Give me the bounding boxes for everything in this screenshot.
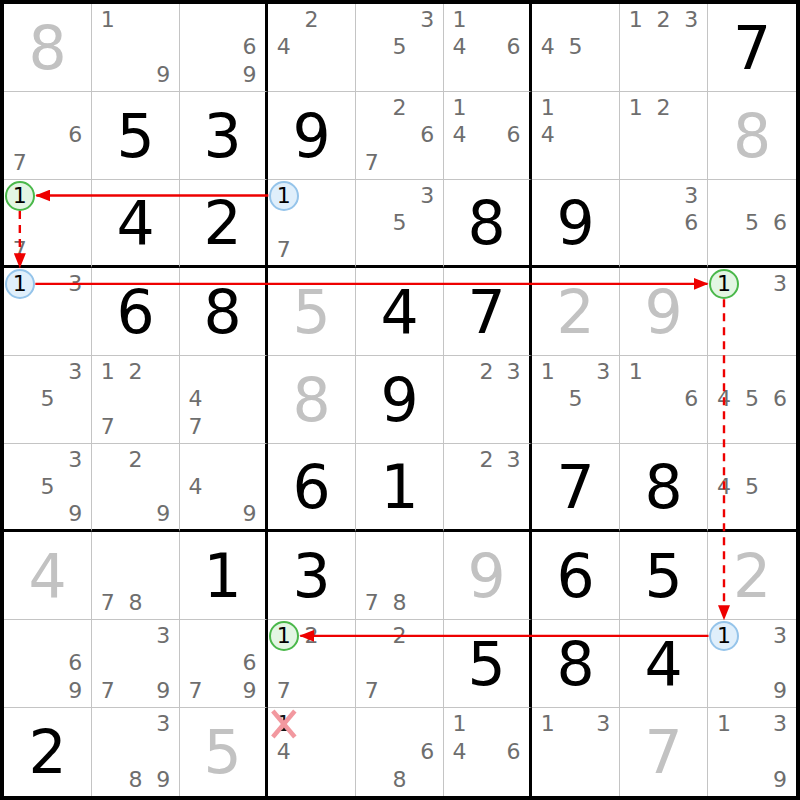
sudoku-cell[interactable]: 3 [268, 532, 356, 620]
empty-candidate-slot [298, 677, 326, 705]
sudoku-cell[interactable]: 127 [92, 356, 180, 444]
empty-candidate-slot [122, 413, 150, 441]
candidate[interactable]: 3 [61, 270, 89, 298]
given-digit: 7 [708, 4, 796, 91]
candidate-grid: 78 [92, 532, 179, 619]
empty-candidate-slot [413, 209, 441, 236]
empty-candidate-slot [358, 766, 386, 794]
sudoku-cell[interactable]: 19 [92, 4, 180, 92]
sudoku-cell[interactable]: 9 [268, 92, 356, 180]
empty-candidate-slot [236, 622, 263, 650]
candidate[interactable]: 3 [500, 446, 527, 473]
empty-candidate-slot [738, 270, 766, 298]
sudoku-cell[interactable]: 8 [532, 620, 620, 708]
chain-node-candidate-green[interactable]: 1 [710, 270, 738, 298]
chain-node-candidate-green[interactable]: 1 [6, 182, 34, 209]
candidate[interactable]: 3 [413, 182, 441, 209]
sudoku-cell[interactable]: 29 [92, 444, 180, 532]
empty-candidate-slot [677, 94, 705, 122]
empty-candidate-slot [358, 622, 386, 650]
candidate[interactable]: 7 [358, 589, 386, 617]
candidate[interactable]: 5 [562, 386, 590, 414]
candidate-grid: 47 [180, 356, 265, 443]
candidate[interactable]: 2 [650, 94, 678, 122]
empty-candidate-slot [710, 650, 738, 678]
sudoku-cell[interactable]: 4 [620, 620, 708, 708]
empty-candidate-slot [766, 473, 794, 500]
candidate[interactable]: 2 [298, 6, 326, 34]
sudoku-cell[interactable]: 146 [444, 4, 532, 92]
empty-candidate-slot [562, 122, 590, 150]
empty-candidate-slot [34, 446, 62, 473]
candidate[interactable]: 1 [622, 6, 650, 34]
candidate[interactable]: 3 [677, 6, 705, 34]
candidate[interactable]: 1 [534, 710, 562, 738]
given-digit: 7 [444, 268, 529, 355]
candidate[interactable]: 6 [500, 738, 527, 766]
empty-candidate-slot [34, 182, 62, 209]
candidate[interactable]: 3 [61, 446, 89, 473]
solved-digit: 5 [268, 268, 355, 355]
empty-candidate-slot [562, 358, 590, 386]
empty-candidate-slot [182, 358, 209, 386]
candidate[interactable]: 2 [473, 446, 500, 473]
candidate-grid: 139 [708, 620, 796, 707]
sudoku-cell[interactable]: 14 [268, 708, 356, 796]
empty-candidate-slot [94, 446, 122, 473]
empty-candidate-slot [236, 473, 263, 500]
candidate[interactable]: 3 [589, 710, 617, 738]
sudoku-cell[interactable]: 14 [532, 92, 620, 180]
empty-candidate-slot [149, 589, 177, 617]
candidate-grid: 146 [444, 4, 529, 91]
empty-candidate-slot [94, 562, 122, 590]
empty-candidate-slot [325, 738, 353, 766]
candidate[interactable]: 6 [766, 209, 794, 236]
candidate[interactable]: 6 [766, 386, 794, 414]
solved-digit: 8 [708, 92, 796, 179]
candidate[interactable]: 3 [589, 358, 617, 386]
sudoku-cell[interactable]: 9 [444, 532, 532, 620]
candidate[interactable]: 3 [766, 710, 794, 738]
candidate[interactable]: 2 [122, 358, 150, 386]
empty-candidate-slot [738, 358, 766, 386]
sudoku-cell[interactable]: 17 [268, 180, 356, 268]
candidate[interactable]: 4 [534, 34, 562, 62]
empty-candidate-slot [149, 562, 177, 590]
empty-candidate-slot [446, 766, 473, 794]
candidate[interactable]: 3 [61, 358, 89, 386]
empty-candidate-slot [94, 61, 122, 89]
empty-candidate-slot [94, 650, 122, 678]
sudoku-cell[interactable]: 69 [180, 4, 268, 92]
sudoku-cell[interactable]: 8 [620, 444, 708, 532]
candidate[interactable]: 6 [236, 34, 263, 62]
candidate[interactable]: 5 [386, 209, 414, 236]
empty-candidate-slot [473, 149, 500, 177]
candidate[interactable]: 1 [446, 94, 473, 122]
given-digit: 8 [620, 444, 707, 529]
empty-candidate-slot [325, 34, 353, 62]
candidate[interactable]: 3 [677, 182, 705, 209]
sudoku-cell[interactable]: 267 [356, 92, 444, 180]
empty-candidate-slot [325, 209, 353, 236]
sudoku-cell[interactable]: 6 [532, 532, 620, 620]
candidate[interactable]: 1 [534, 358, 562, 386]
sudoku-cell[interactable]: 139 [708, 708, 796, 796]
empty-candidate-slot [622, 149, 650, 177]
empty-candidate-slot [446, 446, 473, 473]
candidate[interactable]: 3 [149, 710, 177, 738]
sudoku-cell[interactable]: 135 [532, 356, 620, 444]
empty-candidate-slot [149, 650, 177, 678]
candidate[interactable]: 9 [236, 500, 263, 527]
sudoku-cell[interactable]: 4 [92, 180, 180, 268]
candidate[interactable]: 4 [270, 34, 298, 62]
candidate[interactable]: 3 [149, 622, 177, 650]
empty-candidate-slot [209, 358, 236, 386]
candidate[interactable]: 1 [446, 6, 473, 34]
sudoku-cell[interactable]: 13 [4, 268, 92, 356]
candidate-grid: 35 [356, 180, 443, 265]
candidate-grid: 267 [356, 92, 443, 179]
sudoku-cell[interactable]: 68 [356, 708, 444, 796]
sudoku-cell[interactable]: 17 [4, 180, 92, 268]
sudoku-cell[interactable]: 35 [356, 4, 444, 92]
empty-candidate-slot [677, 122, 705, 150]
empty-candidate-slot [650, 358, 678, 386]
eliminated-candidate[interactable]: 1 [270, 710, 298, 738]
sudoku-cell[interactable]: 146 [444, 708, 532, 796]
candidate-grid: 13 [532, 708, 619, 796]
sudoku-cell[interactable]: 35 [356, 180, 444, 268]
sudoku-cell[interactable]: 4 [4, 532, 92, 620]
candidate[interactable]: 5 [738, 209, 766, 236]
candidate[interactable]: 6 [61, 122, 89, 150]
empty-candidate-slot [413, 34, 441, 62]
empty-candidate-slot [6, 622, 34, 650]
candidate[interactable]: 2 [298, 622, 326, 650]
candidate[interactable]: 9 [61, 500, 89, 527]
candidate[interactable]: 1 [446, 710, 473, 738]
sudoku-cell[interactable]: 8 [444, 180, 532, 268]
candidate[interactable]: 3 [413, 6, 441, 34]
sudoku-cell[interactable]: 78 [356, 532, 444, 620]
empty-candidate-slot [122, 473, 150, 500]
candidate[interactable]: 7 [94, 677, 122, 705]
empty-candidate-slot [562, 6, 590, 34]
candidate[interactable]: 5 [738, 386, 766, 414]
candidate[interactable]: 8 [122, 589, 150, 617]
sudoku-cell[interactable]: 139 [708, 620, 796, 708]
candidate[interactable]: 6 [500, 34, 527, 62]
empty-candidate-slot [236, 413, 263, 441]
candidate[interactable]: 1 [622, 358, 650, 386]
candidate-grid: 127 [268, 620, 355, 707]
candidate[interactable]: 2 [386, 94, 414, 122]
empty-candidate-slot [413, 149, 441, 177]
candidate[interactable]: 4 [534, 122, 562, 150]
empty-candidate-slot [236, 446, 263, 473]
sudoku-cell[interactable]: 8 [180, 268, 268, 356]
candidate[interactable]: 5 [562, 34, 590, 62]
candidate[interactable]: 6 [413, 122, 441, 150]
sudoku-cell[interactable]: 127 [268, 620, 356, 708]
candidate[interactable]: 6 [61, 650, 89, 678]
sudoku-cell[interactable]: 8 [708, 92, 796, 180]
candidate[interactable]: 4 [710, 473, 738, 500]
empty-candidate-slot [738, 500, 766, 527]
sudoku-cell[interactable]: 2 [180, 180, 268, 268]
candidate[interactable]: 5 [34, 473, 62, 500]
sudoku-app: 8196924351464512376753926714614128174217… [0, 0, 800, 800]
candidate[interactable]: 9 [149, 677, 177, 705]
candidate[interactable]: 8 [122, 766, 150, 794]
empty-candidate-slot [358, 34, 386, 62]
sudoku-cell[interactable]: 9 [620, 268, 708, 356]
sudoku-cell[interactable]: 24 [268, 4, 356, 92]
candidate[interactable]: 7 [6, 149, 34, 177]
sudoku-cell[interactable]: 7 [620, 708, 708, 796]
candidate-grid: 13 [4, 268, 91, 355]
empty-candidate-slot [710, 209, 738, 236]
empty-candidate-slot [94, 34, 122, 62]
candidate-grid: 13 [708, 268, 796, 355]
sudoku-cell[interactable]: 69 [4, 620, 92, 708]
sudoku-cell[interactable]: 5 [180, 708, 268, 796]
empty-candidate-slot [94, 738, 122, 766]
candidate[interactable]: 6 [500, 122, 527, 150]
sudoku-cell[interactable]: 679 [180, 620, 268, 708]
candidate[interactable]: 9 [236, 61, 263, 89]
candidate[interactable]: 6 [236, 650, 263, 678]
empty-candidate-slot [413, 622, 441, 650]
candidate[interactable]: 2 [473, 358, 500, 386]
sudoku-cell[interactable]: 23 [444, 356, 532, 444]
sudoku-cell[interactable]: 3 [180, 92, 268, 180]
empty-candidate-slot [182, 500, 209, 527]
empty-candidate-slot [325, 182, 353, 209]
sudoku-cell[interactable]: 359 [4, 444, 92, 532]
sudoku-cell[interactable]: 9 [356, 356, 444, 444]
sudoku-cell[interactable]: 2 [4, 708, 92, 796]
candidate[interactable]: 6 [677, 209, 705, 236]
empty-candidate-slot [446, 61, 473, 89]
empty-candidate-slot [6, 325, 34, 353]
empty-candidate-slot [325, 677, 353, 705]
sudoku-cell[interactable]: 45 [532, 4, 620, 92]
candidate[interactable]: 7 [182, 677, 209, 705]
chain-node-candidate-blue[interactable]: 1 [710, 622, 738, 650]
chain-node-candidate-blue[interactable]: 1 [6, 270, 34, 298]
empty-candidate-slot [766, 446, 794, 473]
candidate[interactable]: 1 [710, 710, 738, 738]
solved-digit: 8 [268, 356, 355, 443]
empty-candidate-slot [710, 298, 738, 326]
sudoku-cell[interactable]: 146 [444, 92, 532, 180]
sudoku-cell[interactable]: 67 [4, 92, 92, 180]
empty-candidate-slot [149, 386, 177, 414]
candidate-grid: 16 [620, 356, 707, 443]
sudoku-cell[interactable]: 27 [356, 620, 444, 708]
sudoku-cell[interactable]: 123 [620, 4, 708, 92]
empty-candidate-slot [650, 149, 678, 177]
empty-candidate-slot [386, 182, 414, 209]
empty-candidate-slot [34, 325, 62, 353]
candidate[interactable]: 4 [446, 738, 473, 766]
sudoku-cell[interactable]: 8 [4, 4, 92, 92]
candidate[interactable]: 5 [386, 34, 414, 62]
candidate[interactable]: 7 [358, 149, 386, 177]
empty-candidate-slot [534, 738, 562, 766]
candidate[interactable]: 1 [622, 94, 650, 122]
candidate[interactable]: 4 [182, 473, 209, 500]
sudoku-cell[interactable]: 4 [356, 268, 444, 356]
sudoku-cell[interactable]: 379 [92, 620, 180, 708]
empty-candidate-slot [413, 94, 441, 122]
candidate[interactable]: 1 [94, 6, 122, 34]
candidate[interactable]: 1 [94, 358, 122, 386]
given-digit: 9 [268, 92, 355, 179]
empty-candidate-slot [766, 298, 794, 326]
empty-candidate-slot [358, 94, 386, 122]
empty-candidate-slot [766, 650, 794, 678]
empty-candidate-slot [236, 6, 263, 34]
empty-candidate-slot [473, 122, 500, 150]
candidate[interactable]: 5 [738, 473, 766, 500]
empty-candidate-slot [61, 149, 89, 177]
sudoku-cell[interactable]: 2 [532, 268, 620, 356]
empty-candidate-slot [209, 622, 236, 650]
empty-candidate-slot [209, 473, 236, 500]
candidate[interactable]: 7 [94, 589, 122, 617]
candidate[interactable]: 2 [650, 6, 678, 34]
candidate[interactable]: 7 [270, 236, 298, 263]
candidate[interactable]: 6 [413, 738, 441, 766]
empty-candidate-slot [6, 358, 34, 386]
empty-candidate-slot [358, 236, 386, 263]
empty-candidate-slot [298, 34, 326, 62]
candidate[interactable]: 7 [94, 413, 122, 441]
candidate[interactable]: 2 [386, 622, 414, 650]
candidate[interactable]: 4 [182, 386, 209, 414]
candidate[interactable]: 9 [149, 766, 177, 794]
empty-candidate-slot [738, 650, 766, 678]
empty-candidate-slot [677, 413, 705, 441]
candidate[interactable]: 3 [500, 358, 527, 386]
candidate-grid: 359 [4, 444, 91, 529]
sudoku-cell[interactable]: 1 [180, 532, 268, 620]
sudoku-cell[interactable]: 1 [356, 444, 444, 532]
candidate-grid: 69 [4, 620, 91, 707]
sudoku-cell[interactable]: 45 [708, 444, 796, 532]
sudoku-cell[interactable]: 9 [532, 180, 620, 268]
candidate[interactable]: 9 [149, 61, 177, 89]
candidate[interactable]: 2 [122, 446, 150, 473]
sudoku-cell[interactable]: 389 [92, 708, 180, 796]
candidate[interactable]: 9 [766, 766, 794, 794]
given-digit: 8 [444, 180, 529, 265]
empty-candidate-slot [182, 6, 209, 34]
candidate[interactable]: 4 [710, 386, 738, 414]
candidate[interactable]: 4 [446, 34, 473, 62]
candidate[interactable]: 5 [34, 386, 62, 414]
sudoku-cell[interactable]: 47 [180, 356, 268, 444]
empty-candidate-slot [358, 6, 386, 34]
sudoku-cell[interactable]: 456 [708, 356, 796, 444]
sudoku-cell[interactable]: 7 [708, 4, 796, 92]
candidate[interactable]: 7 [358, 677, 386, 705]
empty-candidate-slot [710, 738, 738, 766]
candidate[interactable]: 3 [766, 622, 794, 650]
empty-candidate-slot [61, 182, 89, 209]
empty-candidate-slot [766, 500, 794, 527]
sudoku-cell[interactable]: 16 [620, 356, 708, 444]
empty-candidate-slot [6, 473, 34, 500]
sudoku-cell[interactable]: 5 [268, 268, 356, 356]
chain-node-candidate-blue[interactable]: 1 [270, 182, 298, 209]
empty-candidate-slot [534, 386, 562, 414]
sudoku-cell[interactable]: 13 [708, 268, 796, 356]
sudoku-cell[interactable]: 78 [92, 532, 180, 620]
candidate[interactable]: 7 [6, 236, 34, 263]
candidate-grid: 45 [708, 444, 796, 529]
sudoku-cell[interactable]: 23 [444, 444, 532, 532]
candidate[interactable]: 7 [182, 413, 209, 441]
candidate[interactable]: 9 [149, 500, 177, 527]
candidate[interactable]: 9 [61, 677, 89, 705]
candidate[interactable]: 8 [386, 766, 414, 794]
sudoku-cell[interactable]: 13 [532, 708, 620, 796]
empty-candidate-slot [650, 34, 678, 62]
empty-candidate-slot [473, 738, 500, 766]
sudoku-cell[interactable]: 8 [268, 356, 356, 444]
empty-candidate-slot [209, 500, 236, 527]
empty-candidate-slot [413, 766, 441, 794]
sudoku-cell[interactable]: 12 [620, 92, 708, 180]
sudoku-cell[interactable]: 49 [180, 444, 268, 532]
empty-candidate-slot [61, 209, 89, 236]
sudoku-cell[interactable]: 5 [92, 92, 180, 180]
candidate[interactable]: 6 [677, 386, 705, 414]
candidate[interactable]: 8 [386, 589, 414, 617]
sudoku-cell[interactable]: 56 [708, 180, 796, 268]
sudoku-cell[interactable]: 7 [444, 268, 532, 356]
sudoku-cell[interactable]: 2 [708, 532, 796, 620]
candidate[interactable]: 9 [236, 677, 263, 705]
sudoku-cell[interactable]: 35 [4, 356, 92, 444]
candidate[interactable]: 7 [270, 677, 298, 705]
candidate[interactable]: 4 [270, 738, 298, 766]
sudoku-cell[interactable]: 5 [620, 532, 708, 620]
chain-node-candidate-green[interactable]: 1 [270, 622, 298, 650]
empty-candidate-slot [61, 386, 89, 414]
empty-candidate-slot [6, 209, 34, 236]
candidate[interactable]: 4 [446, 122, 473, 150]
sudoku-cell[interactable]: 5 [444, 620, 532, 708]
candidate[interactable]: 9 [766, 677, 794, 705]
sudoku-cell[interactable]: 7 [532, 444, 620, 532]
empty-candidate-slot [473, 500, 500, 527]
sudoku-cell[interactable]: 36 [620, 180, 708, 268]
sudoku-cell[interactable]: 6 [92, 268, 180, 356]
sudoku-cell[interactable]: 6 [268, 444, 356, 532]
candidate[interactable]: 3 [766, 270, 794, 298]
empty-candidate-slot [766, 325, 794, 353]
candidate[interactable]: 1 [534, 94, 562, 122]
candidate-grid: 68 [356, 708, 443, 796]
empty-candidate-slot [358, 61, 386, 89]
